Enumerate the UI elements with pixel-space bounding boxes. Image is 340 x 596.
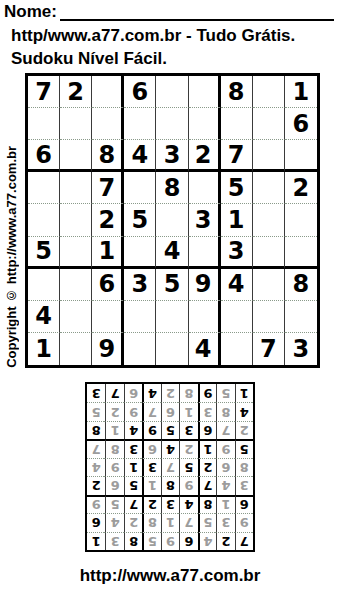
solution-cell-r2c6: 8 — [142, 513, 160, 531]
puzzle-cell-r5c1 — [28, 204, 60, 236]
solution-cell-r1c5: 9 — [161, 532, 179, 550]
site-tagline: http/www.a77.com.br - Tudo Grátis. — [11, 26, 295, 46]
solution-cell-r8c6: 7 — [142, 402, 160, 420]
puzzle-cell-r4c2 — [60, 172, 92, 204]
puzzle-cell-r8c6 — [189, 301, 221, 333]
solution-cell-r8c7: 9 — [124, 402, 142, 420]
puzzle-cell-r9c1: 1 — [28, 333, 60, 365]
solution-cell-r2c8: 4 — [105, 513, 123, 531]
solution-cell-r6c4: 2 — [179, 439, 197, 457]
puzzle-cell-r7c5: 5 — [156, 269, 188, 301]
solution-cell-r7c1: 2 — [235, 421, 253, 439]
solution-cell-r1c2: 2 — [216, 532, 234, 550]
solution-cell-r6c1: 5 — [235, 439, 253, 457]
puzzle-cell-r5c3: 2 — [92, 204, 124, 236]
solution-cell-r7c6: 9 — [142, 421, 160, 439]
puzzle-cell-r3c6: 2 — [189, 140, 221, 172]
page-title: Sudoku Nível Fácil. — [11, 49, 167, 69]
puzzle-cell-r3c5: 3 — [156, 140, 188, 172]
solution-cell-r1c9: 1 — [87, 532, 105, 550]
solution-cell-r6c2: 9 — [216, 439, 234, 457]
solution-cell-r9c6: 4 — [142, 384, 160, 402]
puzzle-cell-r2c8 — [253, 108, 285, 140]
puzzle-cell-r4c8 — [253, 172, 285, 204]
puzzle-cell-r6c2 — [60, 237, 92, 269]
solution-cell-r8c2: 8 — [216, 402, 234, 420]
puzzle-cell-r5c5 — [156, 204, 188, 236]
solution-cell-r3c2: 1 — [216, 495, 234, 513]
puzzle-cell-r7c9: 8 — [285, 269, 317, 301]
puzzle-cell-r2c4 — [124, 108, 156, 140]
puzzle-cell-r6c4 — [124, 237, 156, 269]
puzzle-cell-r2c5 — [156, 108, 188, 140]
puzzle-cell-r2c9: 6 — [285, 108, 317, 140]
solution-cell-r2c7: 2 — [124, 513, 142, 531]
puzzle-cell-r3c7: 7 — [221, 140, 253, 172]
puzzle-cell-r5c2 — [60, 204, 92, 236]
puzzle-cell-r6c8 — [253, 237, 285, 269]
puzzle-cell-r8c3 — [92, 301, 124, 333]
sudoku-puzzle-grid: 726816684327785225315143635948419473 — [25, 73, 320, 368]
solution-cell-r8c5: 6 — [161, 402, 179, 420]
solution-cell-r9c3: 9 — [198, 384, 216, 402]
puzzle-cell-r4c9: 2 — [285, 172, 317, 204]
puzzle-cell-r1c3 — [92, 76, 124, 108]
puzzle-cell-r4c3: 7 — [92, 172, 124, 204]
solution-cell-r5c8: 9 — [105, 458, 123, 476]
puzzle-cell-r3c9 — [285, 140, 317, 172]
solution-cell-r6c8: 8 — [105, 439, 123, 457]
solution-cell-r2c1: 9 — [235, 513, 253, 531]
puzzle-cell-r1c9: 1 — [285, 76, 317, 108]
solution-cell-r8c9: 5 — [87, 402, 105, 420]
puzzle-cell-r4c5: 8 — [156, 172, 188, 204]
puzzle-cell-r2c1 — [28, 108, 60, 140]
solution-cell-r4c9: 2 — [87, 476, 105, 494]
puzzle-cell-r3c8 — [253, 140, 285, 172]
puzzle-cell-r1c4: 6 — [124, 76, 156, 108]
puzzle-cell-r9c9: 3 — [285, 333, 317, 365]
solution-cell-r4c8: 6 — [105, 476, 123, 494]
solution-cell-r4c7: 5 — [124, 476, 142, 494]
puzzle-cell-r7c1 — [28, 269, 60, 301]
puzzle-cell-r2c2 — [60, 108, 92, 140]
puzzle-cell-r7c7: 4 — [221, 269, 253, 301]
solution-cell-r4c5: 8 — [161, 476, 179, 494]
puzzle-cell-r9c4 — [124, 333, 156, 365]
solution-cell-r9c8: 7 — [105, 384, 123, 402]
solution-cell-r3c8: 5 — [105, 495, 123, 513]
solution-cell-r3c4: 4 — [179, 495, 197, 513]
puzzle-cell-r9c3: 9 — [92, 333, 124, 365]
solution-cell-r3c3: 8 — [198, 495, 216, 513]
name-row: Nome: — [4, 2, 334, 22]
solution-cell-r8c8: 2 — [105, 402, 123, 420]
name-label: Nome: — [4, 2, 57, 22]
puzzle-cell-r6c1: 5 — [28, 237, 60, 269]
puzzle-cell-r5c4: 5 — [124, 204, 156, 236]
solution-cell-r7c9: 8 — [87, 421, 105, 439]
solution-cell-r4c4: 9 — [179, 476, 197, 494]
puzzle-cell-r3c3: 8 — [92, 140, 124, 172]
solution-cell-r5c2: 6 — [216, 458, 234, 476]
puzzle-cell-r9c2 — [60, 333, 92, 365]
solution-cell-r9c9: 3 — [87, 384, 105, 402]
solution-cell-r9c1: 1 — [235, 384, 253, 402]
solution-cell-r6c7: 3 — [124, 439, 142, 457]
solution-cell-r2c4: 7 — [179, 513, 197, 531]
puzzle-cell-r7c3: 6 — [92, 269, 124, 301]
solution-cell-r3c1: 6 — [235, 495, 253, 513]
solution-cell-r1c8: 3 — [105, 532, 123, 550]
solution-cell-r2c5: 1 — [161, 513, 179, 531]
puzzle-cell-r6c9 — [285, 237, 317, 269]
puzzle-cell-r7c2 — [60, 269, 92, 301]
puzzle-cell-r9c8: 7 — [253, 333, 285, 365]
puzzle-cell-r1c6 — [189, 76, 221, 108]
solution-cell-r5c5: 7 — [161, 458, 179, 476]
name-blank-line — [60, 5, 334, 21]
puzzle-cell-r7c6: 9 — [189, 269, 221, 301]
puzzle-cell-r8c5 — [156, 301, 188, 333]
solution-cell-r5c1: 8 — [235, 458, 253, 476]
solution-cell-r4c3: 7 — [198, 476, 216, 494]
puzzle-cell-r7c8 — [253, 269, 285, 301]
solution-cell-r7c7: 4 — [124, 421, 142, 439]
solution-cell-r8c3: 3 — [198, 402, 216, 420]
puzzle-cell-r8c4 — [124, 301, 156, 333]
puzzle-cell-r9c6: 4 — [189, 333, 221, 365]
copyright-label: Copyright © http://www.a77.com.br — [4, 146, 19, 368]
puzzle-cell-r1c7: 8 — [221, 76, 253, 108]
solution-cell-r1c3: 4 — [198, 532, 216, 550]
solution-cell-r9c2: 5 — [216, 384, 234, 402]
solution-cell-r9c5: 2 — [161, 384, 179, 402]
puzzle-cell-r9c5 — [156, 333, 188, 365]
solution-cell-r4c2: 4 — [216, 476, 234, 494]
puzzle-cell-r6c6 — [189, 237, 221, 269]
solution-cell-r1c7: 8 — [124, 532, 142, 550]
puzzle-cell-r2c3 — [92, 108, 124, 140]
solution-cell-r1c4: 6 — [179, 532, 197, 550]
solution-cell-r5c3: 2 — [198, 458, 216, 476]
puzzle-cell-r8c9 — [285, 301, 317, 333]
sudoku-solution-grid-upside-down: 7246958319357182466184327593479815628625… — [85, 382, 255, 552]
solution-cell-r6c6: 6 — [142, 439, 160, 457]
puzzle-cell-r4c7: 5 — [221, 172, 253, 204]
solution-cell-r6c9: 7 — [87, 439, 105, 457]
solution-cell-r2c9: 6 — [87, 513, 105, 531]
solution-cell-r2c3: 5 — [198, 513, 216, 531]
solution-cell-r5c7: 1 — [124, 458, 142, 476]
solution-cell-r7c3: 6 — [198, 421, 216, 439]
solution-cell-r4c6: 1 — [142, 476, 160, 494]
solution-cell-r3c7: 7 — [124, 495, 142, 513]
puzzle-cell-r4c6 — [189, 172, 221, 204]
solution-cell-r7c8: 1 — [105, 421, 123, 439]
puzzle-cell-r8c8 — [253, 301, 285, 333]
solution-cell-r7c4: 3 — [179, 421, 197, 439]
puzzle-cell-r8c7 — [221, 301, 253, 333]
puzzle-cell-r5c9 — [285, 204, 317, 236]
puzzle-cell-r2c7 — [221, 108, 253, 140]
copyright-vertical-text: Copyright © http://www.a77.com.br — [1, 84, 21, 430]
puzzle-cell-r4c1 — [28, 172, 60, 204]
solution-cell-r8c1: 4 — [235, 402, 253, 420]
solution-cell-r6c5: 4 — [161, 439, 179, 457]
solution-cell-r4c1: 3 — [235, 476, 253, 494]
puzzle-cell-r8c1: 4 — [28, 301, 60, 333]
puzzle-cell-r6c3: 1 — [92, 237, 124, 269]
puzzle-cell-r4c4 — [124, 172, 156, 204]
puzzle-cell-r3c2 — [60, 140, 92, 172]
solution-cell-r3c6: 2 — [142, 495, 160, 513]
solution-cell-r6c3: 1 — [198, 439, 216, 457]
puzzle-cell-r3c1: 6 — [28, 140, 60, 172]
puzzle-cell-r7c4: 3 — [124, 269, 156, 301]
solution-cell-r5c9: 4 — [87, 458, 105, 476]
puzzle-cell-r8c2 — [60, 301, 92, 333]
solution-cell-r8c4: 1 — [179, 402, 197, 420]
solution-cell-r3c5: 3 — [161, 495, 179, 513]
puzzle-cell-r1c2: 2 — [60, 76, 92, 108]
footer-url: http://www.a77.com.br — [0, 566, 340, 586]
puzzle-cell-r6c7: 3 — [221, 237, 253, 269]
solution-cell-r7c2: 7 — [216, 421, 234, 439]
puzzle-cell-r5c6: 3 — [189, 204, 221, 236]
solution-cell-r3c9: 9 — [87, 495, 105, 513]
solution-cell-r9c7: 6 — [124, 384, 142, 402]
puzzle-cell-r1c8 — [253, 76, 285, 108]
puzzle-cell-r6c5: 4 — [156, 237, 188, 269]
puzzle-cell-r3c4: 4 — [124, 140, 156, 172]
solution-cell-r5c6: 3 — [142, 458, 160, 476]
puzzle-cell-r1c5 — [156, 76, 188, 108]
solution-cell-r1c6: 5 — [142, 532, 160, 550]
solution-cell-r5c4: 5 — [179, 458, 197, 476]
solution-cell-r7c5: 5 — [161, 421, 179, 439]
solution-cell-r2c2: 3 — [216, 513, 234, 531]
puzzle-cell-r2c6 — [189, 108, 221, 140]
puzzle-cell-r9c7 — [221, 333, 253, 365]
puzzle-cell-r5c7: 1 — [221, 204, 253, 236]
solution-cell-r1c1: 7 — [235, 532, 253, 550]
puzzle-cell-r1c1: 7 — [28, 76, 60, 108]
solution-cell-r9c4: 8 — [179, 384, 197, 402]
puzzle-cell-r5c8 — [253, 204, 285, 236]
